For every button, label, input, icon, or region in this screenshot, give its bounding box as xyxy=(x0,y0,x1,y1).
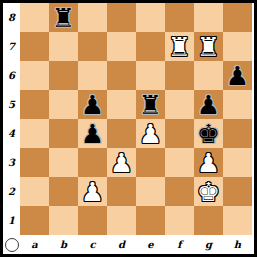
square-c6[interactable] xyxy=(78,61,107,90)
square-c5[interactable]: ♟ xyxy=(78,90,107,119)
square-d4[interactable] xyxy=(107,119,136,148)
piece-black-pawn-h6[interactable]: ♟ xyxy=(226,63,249,89)
square-f8[interactable] xyxy=(165,3,194,32)
square-f3[interactable] xyxy=(165,148,194,177)
square-a8[interactable] xyxy=(20,3,49,32)
square-b5[interactable] xyxy=(49,90,78,119)
rank-label-6: 6 xyxy=(3,61,20,90)
square-d2[interactable] xyxy=(107,177,136,206)
file-label-f: f xyxy=(165,235,194,254)
square-e1[interactable] xyxy=(136,206,165,235)
square-g6[interactable] xyxy=(194,61,223,90)
square-h6[interactable]: ♟ xyxy=(223,61,252,90)
square-c2[interactable]: ♟ xyxy=(78,177,107,206)
piece-white-pawn-c2[interactable]: ♟ xyxy=(81,179,104,205)
white-to-move-circle-icon xyxy=(5,238,19,252)
square-e4[interactable]: ♟ xyxy=(136,119,165,148)
square-a2[interactable] xyxy=(20,177,49,206)
piece-white-rook-f7[interactable]: ♜ xyxy=(168,34,191,60)
piece-white-pawn-e4[interactable]: ♟ xyxy=(139,121,162,147)
piece-black-pawn-g5[interactable]: ♟ xyxy=(197,92,220,118)
piece-white-king-g2[interactable]: ♚ xyxy=(197,179,220,205)
square-h5[interactable] xyxy=(223,90,252,119)
piece-black-rook-b8[interactable]: ♜ xyxy=(52,5,75,31)
square-c7[interactable] xyxy=(78,32,107,61)
square-h4[interactable] xyxy=(223,119,252,148)
square-d6[interactable] xyxy=(107,61,136,90)
rank-label-7: 7 xyxy=(3,32,20,61)
rank-label-2: 2 xyxy=(3,177,20,206)
rank-label-1: 1 xyxy=(3,206,20,235)
square-g2[interactable]: ♚ xyxy=(194,177,223,206)
piece-black-pawn-c4[interactable]: ♟ xyxy=(81,121,104,147)
rank-label-4: 4 xyxy=(3,119,20,148)
square-f7[interactable]: ♜ xyxy=(165,32,194,61)
file-label-g: g xyxy=(194,235,223,254)
piece-black-pawn-c5[interactable]: ♟ xyxy=(81,92,104,118)
square-h7[interactable] xyxy=(223,32,252,61)
rank-label-8: 8 xyxy=(3,3,20,32)
square-g4[interactable]: ♚ xyxy=(194,119,223,148)
square-f1[interactable] xyxy=(165,206,194,235)
square-c1[interactable] xyxy=(78,206,107,235)
file-label-c: c xyxy=(78,235,107,254)
chess-board: 8♜7♜♜6♟5♟♜♟4♟♟♚3♟♟2♟♚1abcdefgh xyxy=(3,3,254,254)
square-g5[interactable]: ♟ xyxy=(194,90,223,119)
square-e7[interactable] xyxy=(136,32,165,61)
file-label-b: b xyxy=(49,235,78,254)
square-d7[interactable] xyxy=(107,32,136,61)
square-f2[interactable] xyxy=(165,177,194,206)
square-b3[interactable] xyxy=(49,148,78,177)
square-h3[interactable] xyxy=(223,148,252,177)
square-g8[interactable] xyxy=(194,3,223,32)
rank-label-5: 5 xyxy=(3,90,20,119)
square-d5[interactable] xyxy=(107,90,136,119)
square-b1[interactable] xyxy=(49,206,78,235)
square-a4[interactable] xyxy=(20,119,49,148)
square-f4[interactable] xyxy=(165,119,194,148)
piece-white-pawn-g3[interactable]: ♟ xyxy=(197,150,220,176)
turn-indicator xyxy=(3,235,20,254)
square-d8[interactable] xyxy=(107,3,136,32)
square-c3[interactable] xyxy=(78,148,107,177)
square-e5[interactable]: ♜ xyxy=(136,90,165,119)
square-a1[interactable] xyxy=(20,206,49,235)
file-label-e: e xyxy=(136,235,165,254)
square-g7[interactable]: ♜ xyxy=(194,32,223,61)
square-g1[interactable] xyxy=(194,206,223,235)
square-d3[interactable]: ♟ xyxy=(107,148,136,177)
piece-black-rook-e5[interactable]: ♜ xyxy=(139,92,162,118)
square-b7[interactable] xyxy=(49,32,78,61)
square-b2[interactable] xyxy=(49,177,78,206)
square-a3[interactable] xyxy=(20,148,49,177)
square-d1[interactable] xyxy=(107,206,136,235)
square-e6[interactable] xyxy=(136,61,165,90)
square-f5[interactable] xyxy=(165,90,194,119)
square-e8[interactable] xyxy=(136,3,165,32)
square-b6[interactable] xyxy=(49,61,78,90)
square-h8[interactable] xyxy=(223,3,252,32)
piece-white-pawn-d3[interactable]: ♟ xyxy=(110,150,133,176)
file-label-h: h xyxy=(223,235,252,254)
rank-label-3: 3 xyxy=(3,148,20,177)
square-e2[interactable] xyxy=(136,177,165,206)
piece-white-rook-g7[interactable]: ♜ xyxy=(197,34,220,60)
board-frame: 8♜7♜♜6♟5♟♜♟4♟♟♚3♟♟2♟♚1abcdefgh xyxy=(0,0,257,257)
square-f6[interactable] xyxy=(165,61,194,90)
square-b4[interactable] xyxy=(49,119,78,148)
square-e3[interactable] xyxy=(136,148,165,177)
square-c4[interactable]: ♟ xyxy=(78,119,107,148)
piece-black-king-g4[interactable]: ♚ xyxy=(197,121,220,147)
file-label-d: d xyxy=(107,235,136,254)
square-h2[interactable] xyxy=(223,177,252,206)
square-a6[interactable] xyxy=(20,61,49,90)
square-c8[interactable] xyxy=(78,3,107,32)
square-a7[interactable] xyxy=(20,32,49,61)
file-label-a: a xyxy=(20,235,49,254)
square-b8[interactable]: ♜ xyxy=(49,3,78,32)
square-g3[interactable]: ♟ xyxy=(194,148,223,177)
square-a5[interactable] xyxy=(20,90,49,119)
square-h1[interactable] xyxy=(223,206,252,235)
